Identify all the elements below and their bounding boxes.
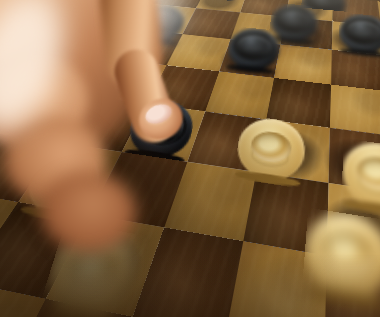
light-draughts-man-glyph: ⛀ — [56, 230, 128, 316]
square-f3[interactable] — [274, 44, 332, 84]
hand-shadow — [14, 128, 184, 233]
square-e4[interactable] — [205, 72, 274, 120]
checkers-photo-scene: ⛂⛂⛂⛂⛂⛂⛂⛀⛂⛀⛀⛀⛀⛀ — [0, 0, 380, 317]
dark-draughts-man-glyph: ⛂ — [277, 6, 310, 40]
dark-draughts-man-glyph: ⛂ — [348, 16, 380, 52]
square-f2[interactable]: ⛂ — [280, 17, 332, 50]
piece-light-g5[interactable]: ⛀ — [341, 138, 380, 215]
dark-draughts-man-glyph: ⛂ — [142, 6, 179, 40]
piece-dark-g2[interactable]: ⛂ — [338, 12, 380, 56]
square-e7[interactable] — [133, 228, 244, 317]
square-g2[interactable]: ⛂ — [332, 21, 380, 55]
square-f5[interactable]: ⛀ — [256, 119, 330, 182]
light-draughts-man-glyph: ⛀ — [318, 215, 374, 297]
light-draughts-man-glyph: ⛀ — [246, 121, 294, 179]
dark-draughts-man-glyph: ⛂ — [235, 30, 272, 69]
dark-draughts-man-glyph: ⛂ — [69, 51, 114, 94]
light-draughts-man-glyph: ⛀ — [355, 145, 380, 208]
dark-draughts-man-glyph: ⛂ — [195, 0, 227, 13]
